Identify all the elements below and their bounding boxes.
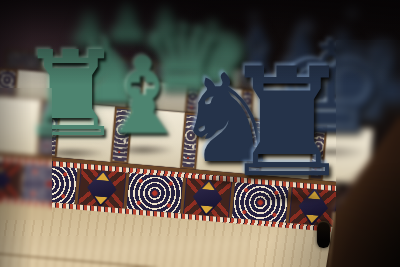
- mosaic-rosette-medallion: [17, 158, 81, 209]
- wood-groove-line: [0, 250, 333, 267]
- chessboard-photo-scene: ♜♞♝♛♚♟♟♟♞♜♚♛♝♟♟♟: [0, 0, 400, 267]
- navy-diamond: [0, 159, 13, 200]
- piece-green-rook: ♜: [18, 35, 124, 153]
- piece-blue-rook: ♜: [220, 48, 354, 198]
- mosaic-diamond-panel: [78, 164, 125, 214]
- box-clasp: [317, 221, 330, 248]
